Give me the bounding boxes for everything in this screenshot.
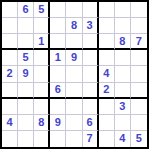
cell-r6c8[interactable]	[115, 83, 131, 99]
cell-r4c6[interactable]	[83, 50, 99, 66]
cell-r8c5[interactable]	[66, 115, 82, 131]
cell-r5c2[interactable]: 9	[18, 66, 34, 82]
cell-r8c8[interactable]	[115, 115, 131, 131]
given-digit: 5	[23, 52, 29, 63]
cell-r2c4[interactable]	[50, 18, 66, 34]
given-digit: 9	[23, 68, 29, 79]
cell-r4c4[interactable]: 1	[50, 50, 66, 66]
cell-r7c7[interactable]	[99, 99, 115, 115]
given-digit: 5	[136, 133, 142, 144]
cell-r3c4[interactable]	[50, 34, 66, 50]
cell-r5c6[interactable]	[83, 66, 99, 82]
cell-r3c7[interactable]	[99, 34, 115, 50]
cell-r1c5[interactable]	[66, 2, 82, 18]
given-digit: 4	[119, 133, 125, 144]
cell-r6c1[interactable]	[2, 83, 18, 99]
cell-r1c1[interactable]	[2, 2, 18, 18]
cell-r7c3[interactable]	[34, 99, 50, 115]
cell-r1c4[interactable]	[50, 2, 66, 18]
cell-r9c5[interactable]	[66, 131, 82, 147]
cell-r3c8[interactable]: 8	[115, 34, 131, 50]
cell-r1c2[interactable]: 6	[18, 2, 34, 18]
given-digit: 3	[87, 20, 93, 31]
cell-r4c5[interactable]: 9	[66, 50, 82, 66]
cell-r7c6[interactable]	[83, 99, 99, 115]
cell-r8c6[interactable]: 6	[83, 115, 99, 131]
cell-r8c9[interactable]	[131, 115, 147, 131]
cell-r7c5[interactable]	[66, 99, 82, 115]
cell-r4c8[interactable]	[115, 50, 131, 66]
given-digit: 6	[55, 84, 61, 95]
cell-r6c6[interactable]	[83, 83, 99, 99]
cell-r9c8[interactable]: 4	[115, 131, 131, 147]
cell-r7c9[interactable]	[131, 99, 147, 115]
cell-r5c7[interactable]: 4	[99, 66, 115, 82]
given-digit: 6	[23, 4, 29, 15]
cell-r2c1[interactable]	[2, 18, 18, 34]
cell-r5c9[interactable]	[131, 66, 147, 82]
cell-r7c4[interactable]	[50, 99, 66, 115]
given-digit: 1	[55, 52, 61, 63]
cell-r2c7[interactable]	[99, 18, 115, 34]
given-digit: 4	[6, 117, 12, 128]
cell-r9c6[interactable]: 7	[83, 131, 99, 147]
cell-r2c9[interactable]	[131, 18, 147, 34]
given-digit: 8	[38, 117, 44, 128]
cell-r5c8[interactable]	[115, 66, 131, 82]
cell-r7c8[interactable]: 3	[115, 99, 131, 115]
cell-r3c1[interactable]	[2, 34, 18, 50]
cell-r2c8[interactable]	[115, 18, 131, 34]
given-digit: 6	[87, 117, 93, 128]
given-digit: 1	[38, 36, 44, 47]
cell-r6c2[interactable]	[18, 83, 34, 99]
cell-r5c1[interactable]: 2	[2, 66, 18, 82]
cell-r2c5[interactable]: 8	[66, 18, 82, 34]
cell-r1c8[interactable]	[115, 2, 131, 18]
cell-r4c1[interactable]	[2, 50, 18, 66]
cell-r4c7[interactable]	[99, 50, 115, 66]
cell-r6c4[interactable]: 6	[50, 83, 66, 99]
cell-r8c2[interactable]	[18, 115, 34, 131]
cell-r6c3[interactable]	[34, 83, 50, 99]
given-digit: 7	[87, 133, 93, 144]
cell-r4c3[interactable]	[34, 50, 50, 66]
cell-r9c3[interactable]	[34, 131, 50, 147]
cell-r8c7[interactable]	[99, 115, 115, 131]
cell-r3c5[interactable]	[66, 34, 82, 50]
cell-r3c9[interactable]: 7	[131, 34, 147, 50]
cell-r5c5[interactable]	[66, 66, 82, 82]
cell-r6c5[interactable]	[66, 83, 82, 99]
cell-r7c2[interactable]	[18, 99, 34, 115]
cell-r6c7[interactable]: 2	[99, 83, 115, 99]
cell-r5c3[interactable]	[34, 66, 50, 82]
given-digit: 2	[6, 68, 12, 79]
given-digit: 7	[136, 36, 142, 47]
given-digit: 8	[119, 36, 125, 47]
cell-r2c6[interactable]: 3	[83, 18, 99, 34]
cell-r1c7[interactable]	[99, 2, 115, 18]
cell-r8c1[interactable]: 4	[2, 115, 18, 131]
cell-r8c3[interactable]: 8	[34, 115, 50, 131]
cell-r4c9[interactable]	[131, 50, 147, 66]
cell-r2c2[interactable]	[18, 18, 34, 34]
cell-r1c6[interactable]	[83, 2, 99, 18]
sudoku-board: 65831875192946234896745	[0, 0, 149, 149]
cell-r8c4[interactable]: 9	[50, 115, 66, 131]
cell-r5c4[interactable]	[50, 66, 66, 82]
given-digit: 5	[38, 4, 44, 15]
cell-r2c3[interactable]	[34, 18, 50, 34]
cell-r7c1[interactable]	[2, 99, 18, 115]
given-digit: 9	[71, 52, 77, 63]
cell-r1c3[interactable]: 5	[34, 2, 50, 18]
cell-r9c1[interactable]	[2, 131, 18, 147]
cell-r9c9[interactable]: 5	[131, 131, 147, 147]
given-digit: 2	[103, 84, 109, 95]
cell-r9c7[interactable]	[99, 131, 115, 147]
cell-r9c2[interactable]	[18, 131, 34, 147]
cell-r3c3[interactable]: 1	[34, 34, 50, 50]
cell-r6c9[interactable]	[131, 83, 147, 99]
given-digit: 4	[103, 68, 109, 79]
given-digit: 3	[119, 101, 125, 112]
cell-r9c4[interactable]	[50, 131, 66, 147]
cell-r3c2[interactable]	[18, 34, 34, 50]
given-digit: 9	[55, 117, 61, 128]
cell-r4c2[interactable]: 5	[18, 50, 34, 66]
cell-r3c6[interactable]	[83, 34, 99, 50]
cell-r1c9[interactable]	[131, 2, 147, 18]
given-digit: 8	[71, 20, 77, 31]
